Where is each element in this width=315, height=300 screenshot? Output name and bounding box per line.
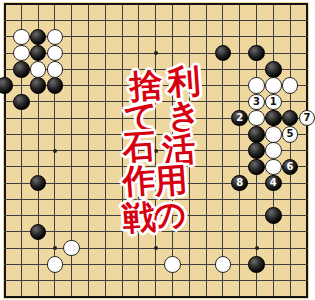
white-stone[interactable] (215, 256, 232, 273)
grid-line-horizontal (4, 3, 308, 5)
black-stone[interactable] (265, 110, 282, 127)
move-5-stone[interactable]: 5 (282, 126, 299, 143)
white-stone[interactable] (13, 45, 30, 62)
go-diagram-page: 12345678 利き活用の捨て石作戦 (0, 0, 315, 300)
white-stone[interactable] (47, 256, 64, 273)
black-stone[interactable] (47, 77, 64, 94)
grid-line-horizontal (4, 296, 308, 298)
star-point (154, 149, 158, 153)
black-stone[interactable] (248, 256, 265, 273)
white-stone[interactable] (13, 29, 30, 46)
black-stone[interactable] (248, 159, 265, 176)
white-stone[interactable] (265, 77, 282, 94)
star-point (154, 51, 158, 55)
white-stone[interactable] (47, 29, 64, 46)
black-stone[interactable] (248, 126, 265, 143)
white-stone[interactable] (47, 61, 64, 78)
black-stone[interactable] (30, 77, 47, 94)
go-board[interactable]: 12345678 (0, 0, 315, 300)
white-stone[interactable] (248, 110, 265, 127)
move-1-stone[interactable]: 1 (265, 94, 282, 111)
star-point (53, 246, 57, 250)
white-stone[interactable] (282, 77, 299, 94)
black-stone[interactable] (248, 142, 265, 159)
grid-line-horizontal (4, 280, 308, 281)
grid-line-horizontal (4, 199, 308, 200)
move-7-stone[interactable]: 7 (299, 110, 315, 127)
black-stone[interactable] (265, 61, 282, 78)
white-stone[interactable] (164, 256, 181, 273)
black-stone[interactable] (13, 94, 30, 111)
white-stone[interactable] (248, 77, 265, 94)
black-stone[interactable] (13, 61, 30, 78)
white-stone[interactable] (265, 126, 282, 143)
grid-line-horizontal (4, 215, 308, 216)
black-stone[interactable] (248, 45, 265, 62)
white-stone[interactable] (30, 61, 47, 78)
move-4-stone[interactable]: 4 (265, 175, 282, 192)
grid-line-horizontal (4, 183, 308, 184)
grid-line-horizontal (4, 20, 308, 21)
grid-line-horizontal (4, 231, 308, 232)
star-point (255, 246, 259, 250)
star-point (53, 149, 57, 153)
star-point (154, 246, 158, 250)
move-3-stone[interactable]: 3 (248, 94, 265, 111)
white-stone[interactable] (265, 142, 282, 159)
white-stone[interactable] (265, 159, 282, 176)
black-stone[interactable] (265, 207, 282, 224)
